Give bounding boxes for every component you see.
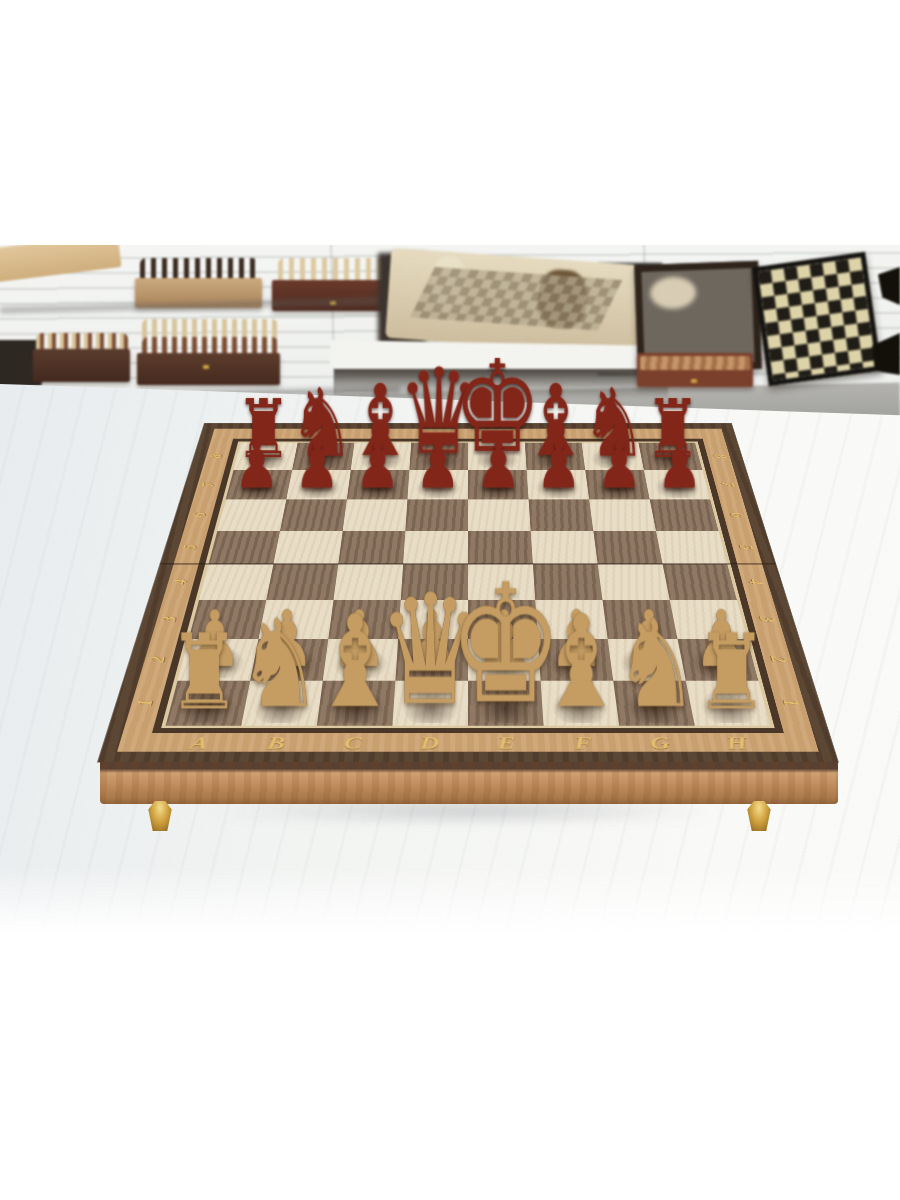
square-e5	[468, 531, 533, 564]
square-g4	[598, 564, 670, 600]
square-c5	[338, 531, 405, 564]
square-e2	[468, 639, 541, 681]
square-f7	[527, 470, 590, 499]
chess-board-perspective: ABCDEFGH 87654321 87654321 ♜♞♝♛♚♝♞♜♟♟♟♟♟…	[98, 245, 838, 762]
rank-label-left-7: 7	[177, 479, 240, 490]
square-c4	[333, 564, 403, 600]
photo-bottom-fade	[0, 867, 900, 945]
square-d5	[403, 531, 468, 564]
square-g3	[603, 600, 678, 639]
square-f2	[538, 639, 613, 681]
square-f8	[525, 443, 585, 470]
square-f6	[529, 499, 594, 530]
square-f4	[533, 564, 603, 600]
rank-label-right-5: 5	[712, 541, 779, 554]
product-photo: ABCDEFGH 87654321 87654321 ♜♞♝♛♚♝♞♜♟♟♟♟♟…	[0, 0, 900, 1200]
square-g5	[593, 531, 662, 564]
photo-area: ABCDEFGH 87654321 87654321 ♜♞♝♛♚♝♞♜♟♟♟♟♟…	[0, 245, 900, 945]
square-e7	[468, 470, 529, 499]
square-b6	[280, 499, 347, 530]
square-g2	[608, 639, 686, 681]
apron-shadow	[92, 801, 846, 823]
square-e4	[468, 564, 535, 600]
square-b3	[259, 600, 334, 639]
square-d2	[395, 639, 468, 681]
square-f3	[535, 600, 607, 639]
square-d4	[401, 564, 468, 600]
rank-label-right-3: 3	[731, 612, 804, 627]
square-b7	[286, 470, 350, 499]
square-c1	[317, 681, 396, 726]
square-c8	[351, 443, 411, 470]
square-g1	[613, 681, 695, 726]
rank-label-right-8: 8	[689, 451, 750, 462]
rank-label-right-7: 7	[696, 479, 759, 490]
square-c7	[347, 470, 410, 499]
square-b1	[241, 681, 323, 726]
square-d8	[409, 443, 468, 470]
rank-label-left-4: 4	[145, 575, 215, 589]
square-e8	[468, 443, 527, 470]
square-c6	[343, 499, 408, 530]
square-b8	[292, 443, 354, 470]
rank-label-left-3: 3	[133, 612, 206, 627]
rank-label-right-6: 6	[704, 509, 769, 521]
square-e1	[468, 681, 544, 726]
square-e6	[468, 499, 531, 530]
square-g7	[585, 470, 649, 499]
board-squares	[166, 443, 771, 726]
square-f5	[531, 531, 598, 564]
square-b5	[273, 531, 342, 564]
rank-label-left-5: 5	[156, 541, 223, 554]
rank-label-right-2: 2	[741, 651, 817, 667]
square-g8	[582, 443, 644, 470]
board-apron	[100, 762, 838, 804]
rank-label-left-6: 6	[167, 509, 232, 521]
rank-label-left-1: 1	[105, 694, 184, 711]
square-d7	[407, 470, 468, 499]
square-f1	[541, 681, 620, 726]
square-e3	[468, 600, 538, 639]
rank-label-left-2: 2	[120, 651, 196, 667]
square-c2	[323, 639, 398, 681]
rank-label-right-4: 4	[721, 575, 791, 589]
square-g6	[589, 499, 656, 530]
square-c3	[328, 600, 400, 639]
rank-label-right-1: 1	[752, 694, 831, 711]
square-b4	[266, 564, 338, 600]
square-d6	[405, 499, 468, 530]
square-d1	[392, 681, 468, 726]
square-d3	[398, 600, 468, 639]
chess-board: ABCDEFGH 87654321 87654321 ♜♞♝♛♚♝♞♜♟♟♟♟♟…	[98, 423, 838, 762]
square-b2	[250, 639, 328, 681]
rank-label-left-8: 8	[186, 451, 247, 462]
